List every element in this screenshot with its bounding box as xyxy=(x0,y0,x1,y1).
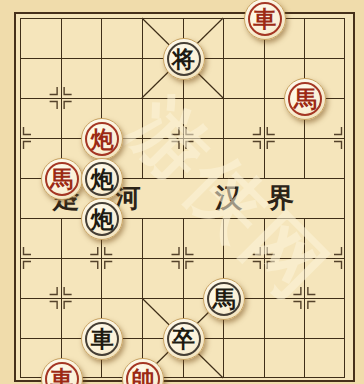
piece-glyph: 炮 xyxy=(91,208,114,231)
piece-glyph: 車 xyxy=(253,8,276,31)
piece-red-horse[interactable]: 馬 xyxy=(41,158,83,200)
piece-red-cannon[interactable]: 炮 xyxy=(81,118,123,160)
piece-black-chariot[interactable]: 車 xyxy=(81,318,123,360)
piece-black-cannon[interactable]: 炮 xyxy=(81,198,123,240)
piece-black-general[interactable]: 将 xyxy=(163,38,205,80)
piece-black-horse[interactable]: 馬 xyxy=(203,278,245,320)
piece-glyph: 卒 xyxy=(172,328,195,351)
piece-glyph: 炮 xyxy=(91,128,114,151)
piece-glyph: 馬 xyxy=(213,288,236,311)
piece-glyph: 馬 xyxy=(294,88,317,111)
piece-glyph: 炮 xyxy=(91,168,114,191)
piece-glyph: 帥 xyxy=(131,368,154,384)
piece-glyph: 車 xyxy=(91,328,114,351)
river-label-right: 汉界 xyxy=(215,183,319,213)
piece-glyph: 車 xyxy=(50,368,73,384)
piece-black-cannon[interactable]: 炮 xyxy=(81,158,123,200)
xiangqi-screen: 楚河 汉界 游侠网 車将馬炮馬炮炮馬車卒車帥 xyxy=(0,0,364,384)
piece-black-soldier[interactable]: 卒 xyxy=(163,318,205,360)
piece-glyph: 将 xyxy=(172,48,195,71)
piece-red-chariot[interactable]: 車 xyxy=(244,0,286,40)
piece-glyph: 馬 xyxy=(50,168,73,191)
